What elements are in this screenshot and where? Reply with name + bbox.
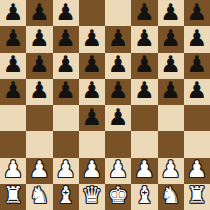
white-pawn[interactable]: ♟ [29,158,50,181]
square-g1[interactable]: ♞ [158,184,184,210]
square-b2[interactable]: ♟ [26,158,52,184]
square-d2[interactable]: ♟ [79,158,105,184]
square-c4[interactable] [53,105,79,131]
square-a3[interactable] [0,131,26,157]
black-pawn[interactable]: ♟ [160,27,181,50]
square-d4[interactable]: ♟ [79,105,105,131]
square-e1[interactable]: ♚ [105,184,131,210]
white-bishop[interactable]: ♝ [55,184,76,207]
black-pawn[interactable]: ♟ [187,79,208,102]
white-pawn[interactable]: ♟ [134,158,155,181]
black-pawn[interactable]: ♟ [29,53,50,76]
square-g5[interactable]: ♟ [158,79,184,105]
black-pawn[interactable]: ♟ [29,79,50,102]
black-pawn[interactable]: ♟ [134,27,155,50]
white-knight[interactable]: ♞ [29,184,50,207]
square-h6[interactable]: ♟ [184,53,210,79]
square-a8[interactable]: ♟ [0,0,26,26]
black-pawn[interactable]: ♟ [187,1,208,24]
square-g4[interactable] [158,105,184,131]
square-c7[interactable]: ♟ [53,26,79,52]
square-h3[interactable] [184,131,210,157]
white-rook[interactable]: ♜ [3,184,24,207]
square-c8[interactable]: ♟ [53,0,79,26]
square-b5[interactable]: ♟ [26,79,52,105]
square-a7[interactable]: ♟ [0,26,26,52]
black-pawn[interactable]: ♟ [187,53,208,76]
black-pawn[interactable]: ♟ [29,27,50,50]
square-d5[interactable]: ♟ [79,79,105,105]
square-f1[interactable]: ♝ [131,184,157,210]
black-pawn[interactable]: ♟ [29,1,50,24]
square-b4[interactable] [26,105,52,131]
square-e7[interactable]: ♟ [105,26,131,52]
white-pawn[interactable]: ♟ [82,158,103,181]
square-c3[interactable] [53,131,79,157]
square-a4[interactable] [0,105,26,131]
square-c6[interactable]: ♟ [53,53,79,79]
black-pawn[interactable]: ♟ [3,27,24,50]
square-b7[interactable]: ♟ [26,26,52,52]
black-pawn[interactable]: ♟ [3,53,24,76]
black-pawn[interactable]: ♟ [3,1,24,24]
square-c5[interactable]: ♟ [53,79,79,105]
square-e2[interactable]: ♟ [105,158,131,184]
square-e4[interactable]: ♟ [105,105,131,131]
white-pawn[interactable]: ♟ [108,158,129,181]
white-pawn[interactable]: ♟ [187,158,208,181]
black-pawn[interactable]: ♟ [134,53,155,76]
black-pawn[interactable]: ♟ [55,1,76,24]
square-b6[interactable]: ♟ [26,53,52,79]
black-pawn[interactable]: ♟ [108,106,129,129]
square-g8[interactable]: ♟ [158,0,184,26]
black-pawn[interactable]: ♟ [82,106,103,129]
square-d3[interactable] [79,131,105,157]
black-pawn[interactable]: ♟ [160,53,181,76]
white-bishop[interactable]: ♝ [134,184,155,207]
square-h4[interactable] [184,105,210,131]
black-pawn[interactable]: ♟ [82,27,103,50]
square-e8[interactable] [105,0,131,26]
square-d8[interactable] [79,0,105,26]
square-h8[interactable]: ♟ [184,0,210,26]
square-g7[interactable]: ♟ [158,26,184,52]
white-pawn[interactable]: ♟ [55,158,76,181]
square-g2[interactable]: ♟ [158,158,184,184]
square-c1[interactable]: ♝ [53,184,79,210]
square-d7[interactable]: ♟ [79,26,105,52]
square-b1[interactable]: ♞ [26,184,52,210]
black-pawn[interactable]: ♟ [55,53,76,76]
white-queen[interactable]: ♛ [82,184,103,207]
square-b8[interactable]: ♟ [26,0,52,26]
white-knight[interactable]: ♞ [160,184,181,207]
white-rook[interactable]: ♜ [187,184,208,207]
square-f8[interactable]: ♟ [131,0,157,26]
square-f5[interactable]: ♟ [131,79,157,105]
black-pawn[interactable]: ♟ [55,79,76,102]
black-pawn[interactable]: ♟ [134,1,155,24]
square-b3[interactable] [26,131,52,157]
black-pawn[interactable]: ♟ [108,53,129,76]
square-h1[interactable]: ♜ [184,184,210,210]
square-a1[interactable]: ♜ [0,184,26,210]
square-a6[interactable]: ♟ [0,53,26,79]
square-h5[interactable]: ♟ [184,79,210,105]
square-d1[interactable]: ♛ [79,184,105,210]
black-pawn[interactable]: ♟ [134,79,155,102]
square-e5[interactable]: ♟ [105,79,131,105]
square-f4[interactable] [131,105,157,131]
square-h7[interactable]: ♟ [184,26,210,52]
square-g3[interactable] [158,131,184,157]
square-e6[interactable]: ♟ [105,53,131,79]
square-e3[interactable] [105,131,131,157]
black-pawn[interactable]: ♟ [160,1,181,24]
white-pawn[interactable]: ♟ [160,158,181,181]
white-pawn[interactable]: ♟ [3,158,24,181]
black-pawn[interactable]: ♟ [187,27,208,50]
square-f3[interactable] [131,131,157,157]
square-a5[interactable]: ♟ [0,79,26,105]
square-f7[interactable]: ♟ [131,26,157,52]
square-a2[interactable]: ♟ [0,158,26,184]
chess-board: ♟♟♟♟♟♟♟♟♟♟♟♟♟♟♟♟♟♟♟♟♟♟♟♟♟♟♟♟♟♟♟♟♟♟♟♟♟♟♟♟… [0,0,210,210]
black-pawn[interactable]: ♟ [108,79,129,102]
black-pawn[interactable]: ♟ [108,27,129,50]
black-pawn[interactable]: ♟ [3,79,24,102]
square-g6[interactable]: ♟ [158,53,184,79]
square-c2[interactable]: ♟ [53,158,79,184]
black-pawn[interactable]: ♟ [55,27,76,50]
black-pawn[interactable]: ♟ [82,79,103,102]
square-h2[interactable]: ♟ [184,158,210,184]
black-pawn[interactable]: ♟ [160,79,181,102]
square-d6[interactable]: ♟ [79,53,105,79]
white-king[interactable]: ♚ [108,184,129,207]
square-f6[interactable]: ♟ [131,53,157,79]
square-f2[interactable]: ♟ [131,158,157,184]
black-pawn[interactable]: ♟ [82,53,103,76]
